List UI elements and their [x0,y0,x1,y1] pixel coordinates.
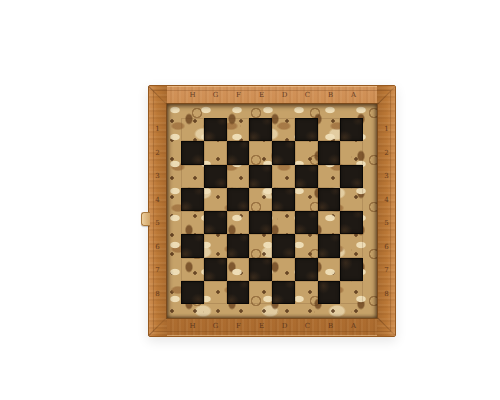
rank-label: 7 [151,259,164,283]
file-label: B [319,89,342,102]
square-e1[interactable] [249,118,272,141]
square-b6[interactable] [318,234,341,257]
rank-label: 2 [380,142,393,166]
rank-label: 1 [380,118,393,142]
rank-label: 5 [380,212,393,236]
square-f1[interactable] [227,118,250,141]
square-d1[interactable] [272,118,295,141]
square-d7[interactable] [272,258,295,281]
square-f8[interactable] [227,281,250,304]
file-label: A [342,89,365,102]
square-g4[interactable] [204,188,227,211]
rank-label: 3 [151,165,164,189]
square-a3[interactable] [340,165,363,188]
file-label: B [319,320,342,333]
square-d6[interactable] [272,234,295,257]
box-latch[interactable] [141,212,150,226]
square-f4[interactable] [227,188,250,211]
square-f2[interactable] [227,141,250,164]
square-c5[interactable] [295,211,318,234]
square-d8[interactable] [272,281,295,304]
square-a7[interactable] [340,258,363,281]
rank-label: 8 [151,283,164,307]
rank-label: 4 [380,189,393,213]
square-b2[interactable] [318,141,341,164]
rank-label: 6 [151,236,164,260]
square-d2[interactable] [272,141,295,164]
file-labels-bottom: HGFEDCBA [181,320,365,333]
square-e2[interactable] [249,141,272,164]
miter-joint [377,318,395,336]
file-label: C [296,89,319,102]
miter-joint [148,318,166,336]
square-c3[interactable] [295,165,318,188]
file-label: D [273,320,296,333]
square-c6[interactable] [295,234,318,257]
file-label: E [250,89,273,102]
square-a1[interactable] [340,118,363,141]
square-b5[interactable] [318,211,341,234]
rank-label: 2 [151,142,164,166]
square-h3[interactable] [181,165,204,188]
square-e4[interactable] [249,188,272,211]
square-f6[interactable] [227,234,250,257]
board-grid [181,118,363,304]
square-b4[interactable] [318,188,341,211]
square-e3[interactable] [249,165,272,188]
square-b7[interactable] [318,258,341,281]
square-a8[interactable] [340,281,363,304]
square-h6[interactable] [181,234,204,257]
rank-label: 3 [380,165,393,189]
rank-label: 7 [380,259,393,283]
rank-labels-left: 12345678 [151,118,164,306]
square-a4[interactable] [340,188,363,211]
square-a2[interactable] [340,141,363,164]
file-label: H [181,320,204,333]
square-h1[interactable] [181,118,204,141]
file-labels-top: HGFEDCBA [181,89,365,102]
rank-label: 4 [151,189,164,213]
square-d3[interactable] [272,165,295,188]
square-d5[interactable] [272,211,295,234]
square-e8[interactable] [249,281,272,304]
square-h8[interactable] [181,281,204,304]
square-b8[interactable] [318,281,341,304]
file-label: H [181,89,204,102]
miter-joint [148,86,166,104]
rank-label: 6 [380,236,393,260]
square-f5[interactable] [227,211,250,234]
chessboard: HGFEDCBA HGFEDCBA 12345678 12345678 [148,85,396,337]
square-b1[interactable] [318,118,341,141]
square-e6[interactable] [249,234,272,257]
square-e7[interactable] [249,258,272,281]
square-c7[interactable] [295,258,318,281]
rank-label: 1 [151,118,164,142]
square-a5[interactable] [340,211,363,234]
square-g5[interactable] [204,211,227,234]
rank-label: 5 [151,212,164,236]
square-d4[interactable] [272,188,295,211]
file-label: F [227,89,250,102]
square-b3[interactable] [318,165,341,188]
miter-joint [377,86,395,104]
square-g3[interactable] [204,165,227,188]
square-c4[interactable] [295,188,318,211]
file-label: F [227,320,250,333]
square-g1[interactable] [204,118,227,141]
square-h7[interactable] [181,258,204,281]
square-h4[interactable] [181,188,204,211]
square-c2[interactable] [295,141,318,164]
square-a6[interactable] [340,234,363,257]
file-label: D [273,89,296,102]
square-f3[interactable] [227,165,250,188]
rank-labels-right: 12345678 [380,118,393,306]
file-label: G [204,320,227,333]
square-e5[interactable] [249,211,272,234]
square-g6[interactable] [204,234,227,257]
square-h2[interactable] [181,141,204,164]
square-h5[interactable] [181,211,204,234]
square-g2[interactable] [204,141,227,164]
square-g7[interactable] [204,258,227,281]
file-label: G [204,89,227,102]
rank-label: 8 [380,283,393,307]
file-label: E [250,320,273,333]
square-g8[interactable] [204,281,227,304]
square-c1[interactable] [295,118,318,141]
file-label: A [342,320,365,333]
square-c8[interactable] [295,281,318,304]
file-label: C [296,320,319,333]
square-f7[interactable] [227,258,250,281]
